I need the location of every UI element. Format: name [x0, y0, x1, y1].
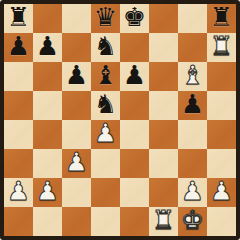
- square-g1[interactable]: ♚: [178, 207, 207, 236]
- square-b1[interactable]: [33, 207, 62, 236]
- piece-white-bishop: ♝: [181, 62, 204, 90]
- square-h4[interactable]: [207, 120, 236, 149]
- square-c5[interactable]: [62, 91, 91, 120]
- square-c6[interactable]: ♟: [62, 62, 91, 91]
- board-frame: ♜♛♚♜♟♟♞♜♟♝♟♝♞♟♟♟♟♟♟♟♜♚: [0, 0, 240, 240]
- piece-black-pawn: ♟: [65, 62, 88, 90]
- piece-white-rook: ♜: [152, 207, 175, 235]
- square-f2[interactable]: [149, 178, 178, 207]
- square-h6[interactable]: [207, 62, 236, 91]
- square-f4[interactable]: [149, 120, 178, 149]
- square-d5[interactable]: ♞: [91, 91, 120, 120]
- square-c4[interactable]: [62, 120, 91, 149]
- square-c3[interactable]: ♟: [62, 149, 91, 178]
- square-h8[interactable]: ♜: [207, 4, 236, 33]
- piece-white-pawn: ♟: [36, 178, 59, 206]
- square-c2[interactable]: [62, 178, 91, 207]
- square-e1[interactable]: [120, 207, 149, 236]
- square-e6[interactable]: ♟: [120, 62, 149, 91]
- square-d7[interactable]: ♞: [91, 33, 120, 62]
- square-b5[interactable]: [33, 91, 62, 120]
- piece-black-pawn: ♟: [7, 33, 30, 61]
- square-a5[interactable]: [4, 91, 33, 120]
- piece-white-pawn: ♟: [65, 149, 88, 177]
- square-f1[interactable]: ♜: [149, 207, 178, 236]
- square-d2[interactable]: [91, 178, 120, 207]
- square-g7[interactable]: [178, 33, 207, 62]
- square-a3[interactable]: [4, 149, 33, 178]
- square-g6[interactable]: ♝: [178, 62, 207, 91]
- square-a6[interactable]: [4, 62, 33, 91]
- square-a4[interactable]: [4, 120, 33, 149]
- piece-black-pawn: ♟: [36, 33, 59, 61]
- square-e5[interactable]: [120, 91, 149, 120]
- square-h5[interactable]: [207, 91, 236, 120]
- square-f8[interactable]: [149, 4, 178, 33]
- square-g4[interactable]: [178, 120, 207, 149]
- piece-black-knight: ♞: [94, 91, 117, 119]
- square-f6[interactable]: [149, 62, 178, 91]
- piece-black-rook: ♜: [7, 4, 30, 32]
- piece-black-bishop: ♝: [94, 62, 117, 90]
- square-a1[interactable]: [4, 207, 33, 236]
- square-b8[interactable]: [33, 4, 62, 33]
- square-b6[interactable]: [33, 62, 62, 91]
- square-h3[interactable]: [207, 149, 236, 178]
- square-h7[interactable]: ♜: [207, 33, 236, 62]
- square-c7[interactable]: [62, 33, 91, 62]
- piece-black-knight: ♞: [94, 33, 117, 61]
- square-d6[interactable]: ♝: [91, 62, 120, 91]
- square-b2[interactable]: ♟: [33, 178, 62, 207]
- square-e7[interactable]: [120, 33, 149, 62]
- square-d1[interactable]: [91, 207, 120, 236]
- square-a7[interactable]: ♟: [4, 33, 33, 62]
- piece-black-pawn: ♟: [181, 91, 204, 119]
- chess-board: ♜♛♚♜♟♟♞♜♟♝♟♝♞♟♟♟♟♟♟♟♜♚: [4, 4, 236, 236]
- piece-white-pawn: ♟: [210, 178, 233, 206]
- piece-black-rook: ♜: [210, 4, 233, 32]
- square-h1[interactable]: [207, 207, 236, 236]
- square-f5[interactable]: [149, 91, 178, 120]
- square-g3[interactable]: [178, 149, 207, 178]
- square-g8[interactable]: [178, 4, 207, 33]
- square-d3[interactable]: [91, 149, 120, 178]
- square-g2[interactable]: ♟: [178, 178, 207, 207]
- square-g5[interactable]: ♟: [178, 91, 207, 120]
- piece-white-pawn: ♟: [181, 178, 204, 206]
- square-c1[interactable]: [62, 207, 91, 236]
- square-a8[interactable]: ♜: [4, 4, 33, 33]
- square-b4[interactable]: [33, 120, 62, 149]
- square-e8[interactable]: ♚: [120, 4, 149, 33]
- square-d8[interactable]: ♛: [91, 4, 120, 33]
- piece-black-queen: ♛: [94, 4, 117, 32]
- square-e2[interactable]: [120, 178, 149, 207]
- square-d4[interactable]: ♟: [91, 120, 120, 149]
- piece-white-pawn: ♟: [94, 120, 117, 148]
- piece-black-king: ♚: [123, 4, 146, 32]
- square-h2[interactable]: ♟: [207, 178, 236, 207]
- square-c8[interactable]: [62, 4, 91, 33]
- piece-black-pawn: ♟: [123, 62, 146, 90]
- square-e4[interactable]: [120, 120, 149, 149]
- square-f3[interactable]: [149, 149, 178, 178]
- square-a2[interactable]: ♟: [4, 178, 33, 207]
- square-b3[interactable]: [33, 149, 62, 178]
- square-b7[interactable]: ♟: [33, 33, 62, 62]
- square-f7[interactable]: [149, 33, 178, 62]
- piece-white-pawn: ♟: [7, 178, 30, 206]
- piece-white-king: ♚: [181, 207, 204, 235]
- piece-white-rook: ♜: [210, 33, 233, 61]
- square-e3[interactable]: [120, 149, 149, 178]
